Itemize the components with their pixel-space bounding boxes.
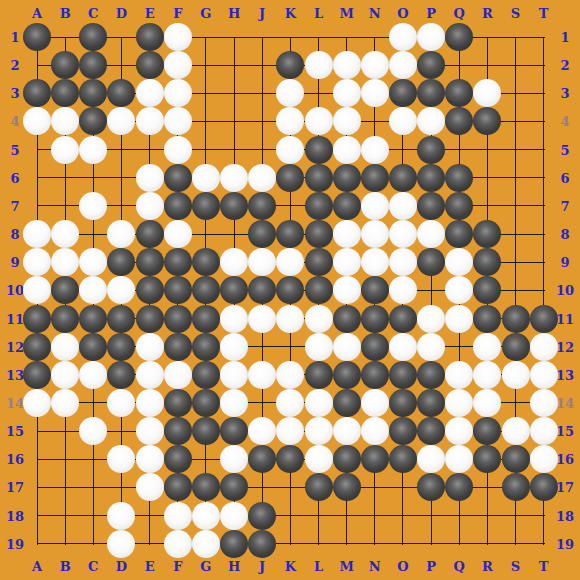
row-label-right: 6 <box>560 171 569 184</box>
column-label-bottom: P <box>426 560 436 573</box>
stone-white-P4 <box>417 107 445 135</box>
stone-white-Q9 <box>445 248 473 276</box>
stone-white-K3 <box>276 79 304 107</box>
stone-black-F12 <box>164 333 192 361</box>
row-label-left: 11 <box>6 312 24 325</box>
stone-white-N3 <box>361 79 389 107</box>
stone-black-H7 <box>220 192 248 220</box>
stone-white-K11 <box>276 305 304 333</box>
column-label-top: R <box>482 7 493 20</box>
stone-white-H18 <box>220 502 248 530</box>
stone-white-D16 <box>107 445 135 473</box>
stone-white-Q10 <box>445 276 473 304</box>
stone-black-K6 <box>276 164 304 192</box>
stone-white-T16 <box>530 445 558 473</box>
column-label-top: M <box>339 7 353 20</box>
row-label-left: 3 <box>10 87 19 100</box>
stone-black-P6 <box>417 164 445 192</box>
stone-white-J6 <box>248 164 276 192</box>
stone-black-R4 <box>473 107 501 135</box>
stone-white-E4 <box>136 107 164 135</box>
row-label-left: 15 <box>6 425 24 438</box>
stone-white-D10 <box>107 276 135 304</box>
stone-black-M11 <box>333 305 361 333</box>
stone-white-M15 <box>333 417 361 445</box>
stone-white-M12 <box>333 333 361 361</box>
stone-black-P14 <box>417 389 445 417</box>
stone-black-O13 <box>389 361 417 389</box>
stone-white-B14 <box>51 389 79 417</box>
stone-white-T13 <box>530 361 558 389</box>
stone-black-H10 <box>220 276 248 304</box>
row-label-left: 2 <box>10 59 19 72</box>
stone-black-H15 <box>220 417 248 445</box>
row-label-right: 2 <box>560 59 569 72</box>
stone-white-D4 <box>107 107 135 135</box>
stone-white-M5 <box>333 136 361 164</box>
row-label-right: 4 <box>560 115 569 128</box>
column-label-bottom: Q <box>454 560 465 573</box>
column-label-bottom: E <box>145 560 155 573</box>
stone-white-C9 <box>79 248 107 276</box>
column-label-bottom: L <box>314 560 323 573</box>
stone-white-C10 <box>79 276 107 304</box>
column-label-top: C <box>88 7 98 20</box>
stone-white-K5 <box>276 136 304 164</box>
stone-white-O4 <box>389 107 417 135</box>
stone-white-Q11 <box>445 305 473 333</box>
column-label-bottom: T <box>539 560 549 573</box>
stone-white-C13 <box>79 361 107 389</box>
stone-black-C11 <box>79 305 107 333</box>
stone-black-A12 <box>23 333 51 361</box>
row-label-left: 16 <box>6 453 24 466</box>
stone-black-D12 <box>107 333 135 361</box>
stone-white-B5 <box>51 136 79 164</box>
stone-white-E12 <box>136 333 164 361</box>
stone-black-Q3 <box>445 79 473 107</box>
row-label-right: 7 <box>560 199 569 212</box>
stone-white-K13 <box>276 361 304 389</box>
stone-white-B13 <box>51 361 79 389</box>
column-label-bottom: S <box>511 560 520 573</box>
stone-black-J19 <box>248 530 276 558</box>
stone-white-G19 <box>192 530 220 558</box>
row-label-right: 16 <box>556 453 574 466</box>
stone-black-L7 <box>305 192 333 220</box>
row-label-left: 6 <box>10 171 19 184</box>
stone-black-E8 <box>136 220 164 248</box>
stone-black-O11 <box>389 305 417 333</box>
stone-black-G12 <box>192 333 220 361</box>
column-label-top: H <box>228 7 240 20</box>
row-label-left: 10 <box>6 284 24 297</box>
stone-white-P8 <box>417 220 445 248</box>
row-label-left: 12 <box>6 340 24 353</box>
stone-white-S13 <box>502 361 530 389</box>
stone-black-R10 <box>473 276 501 304</box>
stone-white-A14 <box>23 389 51 417</box>
stone-white-P11 <box>417 305 445 333</box>
row-label-right: 15 <box>556 425 574 438</box>
stone-white-M10 <box>333 276 361 304</box>
stone-white-G18 <box>192 502 220 530</box>
column-label-top: E <box>145 7 155 20</box>
stone-white-Q15 <box>445 417 473 445</box>
stone-black-C4 <box>79 107 107 135</box>
stone-white-N9 <box>361 248 389 276</box>
column-label-bottom: R <box>482 560 493 573</box>
stone-white-E3 <box>136 79 164 107</box>
stone-white-F4 <box>164 107 192 135</box>
column-label-top: G <box>200 7 211 20</box>
stone-white-J11 <box>248 305 276 333</box>
stone-white-E7 <box>136 192 164 220</box>
stone-white-M2 <box>333 51 361 79</box>
stone-black-N11 <box>361 305 389 333</box>
column-label-top: P <box>426 7 436 20</box>
stone-white-M9 <box>333 248 361 276</box>
stone-white-N14 <box>361 389 389 417</box>
stone-black-G13 <box>192 361 220 389</box>
row-label-left: 1 <box>10 31 19 44</box>
stone-white-N15 <box>361 417 389 445</box>
stone-white-E14 <box>136 389 164 417</box>
stone-black-L9 <box>305 248 333 276</box>
row-label-left: 5 <box>10 143 19 156</box>
stone-black-Q7 <box>445 192 473 220</box>
column-label-top: J <box>259 7 265 20</box>
stone-black-G17 <box>192 473 220 501</box>
stone-black-M6 <box>333 164 361 192</box>
stone-black-C3 <box>79 79 107 107</box>
stone-white-A4 <box>23 107 51 135</box>
go-board[interactable]: AABBCCDDEEFFGGHHJJKKLLMMNNOOPPQQRRSSTT11… <box>0 0 580 580</box>
column-label-top: N <box>369 7 381 20</box>
stone-black-G14 <box>192 389 220 417</box>
stone-black-M14 <box>333 389 361 417</box>
stone-black-M13 <box>333 361 361 389</box>
stone-white-O10 <box>389 276 417 304</box>
row-label-right: 17 <box>556 481 574 494</box>
stone-white-N7 <box>361 192 389 220</box>
stone-white-J15 <box>248 417 276 445</box>
row-label-left: 14 <box>6 396 24 409</box>
stone-black-J18 <box>248 502 276 530</box>
row-label-left: 18 <box>6 509 24 522</box>
row-label-right: 12 <box>556 340 574 353</box>
stone-white-L2 <box>305 51 333 79</box>
row-label-left: 4 <box>10 115 19 128</box>
stone-black-S11 <box>502 305 530 333</box>
stone-black-M17 <box>333 473 361 501</box>
stone-white-L11 <box>305 305 333 333</box>
stone-black-P13 <box>417 361 445 389</box>
stone-black-A3 <box>23 79 51 107</box>
stone-white-O7 <box>389 192 417 220</box>
stone-black-R8 <box>473 220 501 248</box>
stone-black-N10 <box>361 276 389 304</box>
stone-black-N6 <box>361 164 389 192</box>
row-label-left: 13 <box>6 368 24 381</box>
stone-white-R13 <box>473 361 501 389</box>
stone-black-N13 <box>361 361 389 389</box>
stone-white-A9 <box>23 248 51 276</box>
stone-black-H17 <box>220 473 248 501</box>
stone-white-K9 <box>276 248 304 276</box>
stone-white-F18 <box>164 502 192 530</box>
column-label-bottom: G <box>200 560 211 573</box>
row-label-left: 7 <box>10 199 19 212</box>
stone-white-K4 <box>276 107 304 135</box>
stone-white-B8 <box>51 220 79 248</box>
stone-black-L13 <box>305 361 333 389</box>
stone-white-E6 <box>136 164 164 192</box>
stone-white-F1 <box>164 23 192 51</box>
stone-black-F9 <box>164 248 192 276</box>
stone-white-H11 <box>220 305 248 333</box>
stone-black-B3 <box>51 79 79 107</box>
stone-white-L15 <box>305 417 333 445</box>
stone-black-F16 <box>164 445 192 473</box>
stone-black-R15 <box>473 417 501 445</box>
stone-black-K16 <box>276 445 304 473</box>
stone-white-D8 <box>107 220 135 248</box>
stone-black-C1 <box>79 23 107 51</box>
stone-black-D9 <box>107 248 135 276</box>
stone-black-T17 <box>530 473 558 501</box>
stone-black-A11 <box>23 305 51 333</box>
stone-black-F7 <box>164 192 192 220</box>
column-label-top: Q <box>454 7 465 20</box>
row-label-right: 8 <box>560 228 569 241</box>
column-label-bottom: M <box>339 560 353 573</box>
row-label-right: 10 <box>556 284 574 297</box>
stone-white-D18 <box>107 502 135 530</box>
stone-white-C15 <box>79 417 107 445</box>
stone-white-A8 <box>23 220 51 248</box>
stone-white-O9 <box>389 248 417 276</box>
stone-white-L12 <box>305 333 333 361</box>
stone-white-K14 <box>276 389 304 417</box>
column-label-bottom: D <box>116 560 127 573</box>
stone-white-M4 <box>333 107 361 135</box>
stone-black-C12 <box>79 333 107 361</box>
stone-black-D13 <box>107 361 135 389</box>
row-label-right: 19 <box>556 537 574 550</box>
stone-white-Q16 <box>445 445 473 473</box>
stone-white-H14 <box>220 389 248 417</box>
stone-white-L16 <box>305 445 333 473</box>
stone-black-P5 <box>417 136 445 164</box>
column-label-bottom: N <box>369 560 381 573</box>
row-label-left: 9 <box>10 256 19 269</box>
column-label-bottom: A <box>32 560 42 573</box>
stone-black-N16 <box>361 445 389 473</box>
stone-white-M3 <box>333 79 361 107</box>
stone-white-K15 <box>276 417 304 445</box>
stone-black-F15 <box>164 417 192 445</box>
stone-white-O8 <box>389 220 417 248</box>
column-label-bottom: B <box>60 560 71 573</box>
stone-black-O3 <box>389 79 417 107</box>
stone-black-J7 <box>248 192 276 220</box>
stone-white-Q14 <box>445 389 473 417</box>
stone-black-F14 <box>164 389 192 417</box>
stone-white-J9 <box>248 248 276 276</box>
column-label-top: K <box>285 7 296 20</box>
stone-white-G6 <box>192 164 220 192</box>
column-label-bottom: C <box>88 560 98 573</box>
stone-black-G11 <box>192 305 220 333</box>
stone-black-N12 <box>361 333 389 361</box>
stone-black-Q4 <box>445 107 473 135</box>
stone-black-A13 <box>23 361 51 389</box>
stone-black-F17 <box>164 473 192 501</box>
stone-white-F2 <box>164 51 192 79</box>
stone-black-S12 <box>502 333 530 361</box>
stone-black-Q1 <box>445 23 473 51</box>
stone-black-O14 <box>389 389 417 417</box>
column-label-bottom: H <box>228 560 240 573</box>
stone-black-P15 <box>417 417 445 445</box>
stone-white-E13 <box>136 361 164 389</box>
stone-white-T12 <box>530 333 558 361</box>
column-label-top: D <box>116 7 127 20</box>
stone-white-T14 <box>530 389 558 417</box>
stone-black-B10 <box>51 276 79 304</box>
stone-white-H9 <box>220 248 248 276</box>
stone-white-M8 <box>333 220 361 248</box>
stone-white-R14 <box>473 389 501 417</box>
stone-black-O15 <box>389 417 417 445</box>
stone-black-E11 <box>136 305 164 333</box>
stone-white-L14 <box>305 389 333 417</box>
column-label-top: O <box>397 7 408 20</box>
row-label-left: 17 <box>6 481 24 494</box>
row-label-right: 5 <box>560 143 569 156</box>
stone-black-Q8 <box>445 220 473 248</box>
stone-black-R16 <box>473 445 501 473</box>
stone-white-F8 <box>164 220 192 248</box>
column-label-bottom: O <box>397 560 408 573</box>
stone-black-Q17 <box>445 473 473 501</box>
stone-black-C2 <box>79 51 107 79</box>
stone-white-J13 <box>248 361 276 389</box>
stone-white-P1 <box>417 23 445 51</box>
stone-black-O16 <box>389 445 417 473</box>
stone-white-H16 <box>220 445 248 473</box>
stone-black-T11 <box>530 305 558 333</box>
stone-black-S16 <box>502 445 530 473</box>
stone-white-Q13 <box>445 361 473 389</box>
stone-white-O2 <box>389 51 417 79</box>
stone-black-D3 <box>107 79 135 107</box>
row-label-right: 1 <box>560 31 569 44</box>
column-label-bottom: K <box>285 560 296 573</box>
column-label-top: T <box>539 7 549 20</box>
stone-white-N5 <box>361 136 389 164</box>
stone-black-K2 <box>276 51 304 79</box>
stone-white-R12 <box>473 333 501 361</box>
stone-black-Q6 <box>445 164 473 192</box>
stone-white-A10 <box>23 276 51 304</box>
stone-white-C5 <box>79 136 107 164</box>
column-label-bottom: F <box>173 560 182 573</box>
stone-black-M7 <box>333 192 361 220</box>
stone-black-J8 <box>248 220 276 248</box>
row-label-right: 13 <box>556 368 574 381</box>
stone-white-P12 <box>417 333 445 361</box>
stone-white-D19 <box>107 530 135 558</box>
stone-black-E1 <box>136 23 164 51</box>
stone-black-G9 <box>192 248 220 276</box>
stone-white-P16 <box>417 445 445 473</box>
stone-black-F10 <box>164 276 192 304</box>
stone-white-B9 <box>51 248 79 276</box>
column-label-top: S <box>511 7 520 20</box>
stone-black-L8 <box>305 220 333 248</box>
row-label-right: 3 <box>560 87 569 100</box>
stone-white-B4 <box>51 107 79 135</box>
row-label-right: 18 <box>556 509 574 522</box>
stone-black-K8 <box>276 220 304 248</box>
stone-black-R9 <box>473 248 501 276</box>
stone-black-L6 <box>305 164 333 192</box>
stone-black-B2 <box>51 51 79 79</box>
row-label-right: 11 <box>556 312 574 325</box>
stone-black-H19 <box>220 530 248 558</box>
stone-black-G7 <box>192 192 220 220</box>
row-label-left: 8 <box>10 228 19 241</box>
stone-white-S15 <box>502 417 530 445</box>
stone-black-S17 <box>502 473 530 501</box>
stone-white-O12 <box>389 333 417 361</box>
stone-white-N2 <box>361 51 389 79</box>
stone-black-O6 <box>389 164 417 192</box>
stone-white-B12 <box>51 333 79 361</box>
stone-black-A1 <box>23 23 51 51</box>
stone-black-K10 <box>276 276 304 304</box>
stone-black-E2 <box>136 51 164 79</box>
stone-white-O1 <box>389 23 417 51</box>
stone-black-P2 <box>417 51 445 79</box>
stone-black-P17 <box>417 473 445 501</box>
stone-black-G10 <box>192 276 220 304</box>
column-label-top: B <box>60 7 71 20</box>
stone-white-F3 <box>164 79 192 107</box>
row-label-right: 9 <box>560 256 569 269</box>
stone-white-H12 <box>220 333 248 361</box>
stone-white-F5 <box>164 136 192 164</box>
stone-black-F11 <box>164 305 192 333</box>
stone-white-R3 <box>473 79 501 107</box>
stone-white-N8 <box>361 220 389 248</box>
stone-black-L17 <box>305 473 333 501</box>
stone-black-P9 <box>417 248 445 276</box>
stone-white-L4 <box>305 107 333 135</box>
stone-white-E16 <box>136 445 164 473</box>
column-label-top: F <box>173 7 182 20</box>
stone-black-D11 <box>107 305 135 333</box>
stone-black-L10 <box>305 276 333 304</box>
column-label-top: L <box>314 7 323 20</box>
stone-white-H13 <box>220 361 248 389</box>
stone-white-F19 <box>164 530 192 558</box>
stone-white-F13 <box>164 361 192 389</box>
stone-black-J16 <box>248 445 276 473</box>
stone-black-R11 <box>473 305 501 333</box>
